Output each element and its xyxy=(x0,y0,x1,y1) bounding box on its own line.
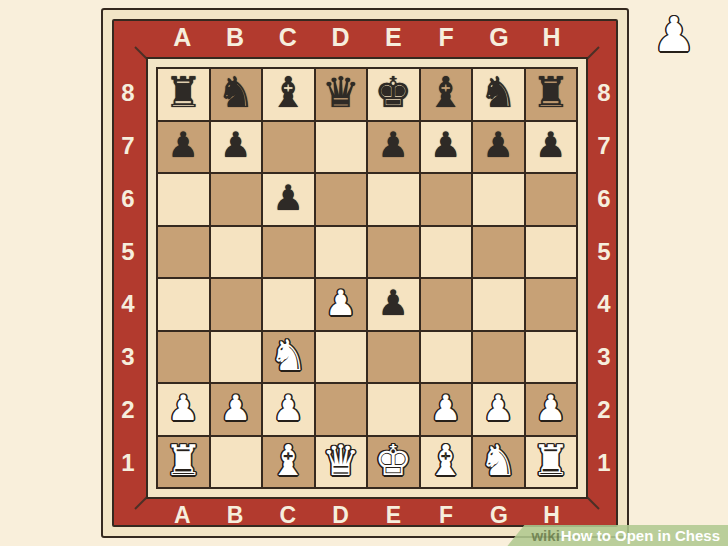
file-label-a: A xyxy=(156,501,209,529)
square-f6[interactable] xyxy=(421,174,472,225)
square-d6[interactable] xyxy=(316,174,367,225)
square-b3[interactable] xyxy=(211,332,262,383)
square-e4[interactable]: ♟ xyxy=(368,279,419,330)
square-f8[interactable]: ♝ xyxy=(421,69,472,120)
square-c4[interactable] xyxy=(263,279,314,330)
square-e1[interactable]: ♚ xyxy=(368,437,419,488)
rank-label-8: 8 xyxy=(590,67,618,120)
square-c6[interactable]: ♟ xyxy=(263,174,314,225)
rank-labels-left: 87654321 xyxy=(112,67,144,489)
square-g3[interactable] xyxy=(473,332,524,383)
piece-black-rook[interactable]: ♜ xyxy=(164,72,202,114)
file-label-h: H xyxy=(525,501,578,529)
file-label-h: H xyxy=(525,19,578,55)
square-e7[interactable]: ♟ xyxy=(368,122,419,173)
square-c8[interactable]: ♝ xyxy=(263,69,314,120)
rank-label-7: 7 xyxy=(590,120,618,173)
square-c5[interactable] xyxy=(263,227,314,278)
rank-label-5: 5 xyxy=(112,225,144,278)
square-f2[interactable]: ♟ xyxy=(421,384,472,435)
watermark-prefix: wiki xyxy=(531,527,559,544)
rank-labels-right: 87654321 xyxy=(590,67,618,489)
piece-black-knight[interactable]: ♞ xyxy=(479,72,517,114)
square-f3[interactable] xyxy=(421,332,472,383)
file-label-b: B xyxy=(209,19,262,55)
square-g6[interactable] xyxy=(473,174,524,225)
square-e8[interactable]: ♚ xyxy=(368,69,419,120)
square-a7[interactable]: ♟ xyxy=(158,122,209,173)
rank-label-3: 3 xyxy=(112,331,144,384)
square-f1[interactable]: ♝ xyxy=(421,437,472,488)
rank-label-6: 6 xyxy=(590,173,618,226)
file-label-b: B xyxy=(209,501,262,529)
file-label-d: D xyxy=(314,501,367,529)
square-h5[interactable] xyxy=(526,227,577,278)
piece-white-bishop[interactable]: ♝ xyxy=(427,440,465,482)
mitre-line xyxy=(134,496,147,509)
file-label-g: G xyxy=(473,501,526,529)
file-label-e: E xyxy=(367,19,420,55)
piece-black-pawn[interactable]: ♟ xyxy=(483,128,514,163)
square-a5[interactable] xyxy=(158,227,209,278)
square-e5[interactable] xyxy=(368,227,419,278)
file-label-f: F xyxy=(420,19,473,55)
piece-white-pawn[interactable]: ♟ xyxy=(430,391,461,426)
square-b2[interactable]: ♟ xyxy=(211,384,262,435)
square-g5[interactable] xyxy=(473,227,524,278)
square-h4[interactable] xyxy=(526,279,577,330)
square-d1[interactable]: ♛ xyxy=(316,437,367,488)
square-g2[interactable]: ♟ xyxy=(473,384,524,435)
square-b8[interactable]: ♞ xyxy=(211,69,262,120)
piece-black-pawn[interactable]: ♟ xyxy=(220,128,251,163)
square-h3[interactable] xyxy=(526,332,577,383)
piece-black-pawn[interactable]: ♟ xyxy=(273,181,304,216)
square-d3[interactable] xyxy=(316,332,367,383)
chess-board: ABCDEFGH ABCDEFGH 87654321 87654321 ♜♞♝♛… xyxy=(101,8,629,538)
rank-label-6: 6 xyxy=(112,173,144,226)
square-d7[interactable] xyxy=(316,122,367,173)
square-d8[interactable]: ♛ xyxy=(316,69,367,120)
square-d2[interactable] xyxy=(316,384,367,435)
piece-black-pawn[interactable]: ♟ xyxy=(430,128,461,163)
file-labels-top: ABCDEFGH xyxy=(156,19,578,55)
square-a6[interactable] xyxy=(158,174,209,225)
piece-black-pawn[interactable]: ♟ xyxy=(378,128,409,163)
file-label-d: D xyxy=(314,19,367,55)
file-label-c: C xyxy=(262,19,315,55)
square-h1[interactable]: ♜ xyxy=(526,437,577,488)
square-e6[interactable] xyxy=(368,174,419,225)
square-c7[interactable] xyxy=(263,122,314,173)
file-label-g: G xyxy=(473,19,526,55)
square-a4[interactable] xyxy=(158,279,209,330)
square-g4[interactable] xyxy=(473,279,524,330)
square-h6[interactable] xyxy=(526,174,577,225)
board-grid: ♜♞♝♛♚♝♞♜♟♟♟♟♟♟♟♟♟♞♟♟♟♟♟♟♜♝♛♚♝♞♜ xyxy=(156,67,578,489)
rank-label-1: 1 xyxy=(590,436,618,489)
square-b7[interactable]: ♟ xyxy=(211,122,262,173)
rank-label-7: 7 xyxy=(112,120,144,173)
file-label-f: F xyxy=(420,501,473,529)
square-b5[interactable] xyxy=(211,227,262,278)
rank-label-2: 2 xyxy=(112,384,144,437)
square-c2[interactable]: ♟ xyxy=(263,384,314,435)
piece-white-pawn[interactable]: ♟ xyxy=(535,391,566,426)
piece-white-queen[interactable]: ♛ xyxy=(322,440,360,482)
square-h8[interactable]: ♜ xyxy=(526,69,577,120)
piece-white-king[interactable]: ♚ xyxy=(374,440,412,482)
square-e3[interactable] xyxy=(368,332,419,383)
mitre-line xyxy=(586,496,599,509)
square-a3[interactable] xyxy=(158,332,209,383)
piece-white-rook[interactable]: ♜ xyxy=(164,440,202,482)
square-b1[interactable] xyxy=(211,437,262,488)
wikihow-watermark: wiki How to Open in Chess xyxy=(507,525,728,546)
piece-white-rook[interactable]: ♜ xyxy=(532,440,570,482)
square-d4[interactable]: ♟ xyxy=(316,279,367,330)
square-g7[interactable]: ♟ xyxy=(473,122,524,173)
piece-white-pawn[interactable]: ♟ xyxy=(168,391,199,426)
piece-black-knight[interactable]: ♞ xyxy=(217,72,255,114)
rank-label-4: 4 xyxy=(112,278,144,331)
decorative-white-pawn-icon: ♟ xyxy=(648,6,700,64)
rank-label-4: 4 xyxy=(590,278,618,331)
square-g1[interactable]: ♞ xyxy=(473,437,524,488)
square-h2[interactable]: ♟ xyxy=(526,384,577,435)
square-b6[interactable] xyxy=(211,174,262,225)
rank-label-2: 2 xyxy=(590,384,618,437)
piece-white-pawn[interactable]: ♟ xyxy=(325,286,356,321)
watermark-title: How to Open in Chess xyxy=(561,527,720,544)
piece-black-king[interactable]: ♚ xyxy=(374,72,412,114)
file-labels-bottom: ABCDEFGH xyxy=(156,501,578,529)
piece-white-pawn[interactable]: ♟ xyxy=(220,391,251,426)
file-label-a: A xyxy=(156,19,209,55)
piece-white-knight[interactable]: ♞ xyxy=(479,440,517,482)
rank-label-5: 5 xyxy=(590,225,618,278)
piece-white-bishop[interactable]: ♝ xyxy=(269,440,307,482)
piece-black-bishop[interactable]: ♝ xyxy=(427,72,465,114)
piece-black-pawn[interactable]: ♟ xyxy=(378,286,409,321)
piece-black-pawn[interactable]: ♟ xyxy=(535,128,566,163)
square-h7[interactable]: ♟ xyxy=(526,122,577,173)
file-label-e: E xyxy=(367,501,420,529)
board-bevel: ♜♞♝♛♚♝♞♜♟♟♟♟♟♟♟♟♟♞♟♟♟♟♟♟♜♝♛♚♝♞♜ xyxy=(146,57,588,499)
rank-label-1: 1 xyxy=(112,436,144,489)
square-g8[interactable]: ♞ xyxy=(473,69,524,120)
square-e2[interactable] xyxy=(368,384,419,435)
piece-black-queen[interactable]: ♛ xyxy=(322,72,360,114)
piece-white-pawn[interactable]: ♟ xyxy=(273,391,304,426)
piece-black-rook[interactable]: ♜ xyxy=(532,72,570,114)
square-f5[interactable] xyxy=(421,227,472,278)
square-c3[interactable]: ♞ xyxy=(263,332,314,383)
square-f4[interactable] xyxy=(421,279,472,330)
piece-black-bishop[interactable]: ♝ xyxy=(269,72,307,114)
piece-white-knight[interactable]: ♞ xyxy=(269,335,307,377)
rank-label-3: 3 xyxy=(590,331,618,384)
mitre-line xyxy=(586,46,599,59)
square-c1[interactable]: ♝ xyxy=(263,437,314,488)
board-frame: ABCDEFGH ABCDEFGH 87654321 87654321 ♜♞♝♛… xyxy=(112,19,618,527)
rank-label-8: 8 xyxy=(112,67,144,120)
square-d5[interactable] xyxy=(316,227,367,278)
file-label-c: C xyxy=(262,501,315,529)
square-b4[interactable] xyxy=(211,279,262,330)
white-pawn-icon: ♟ xyxy=(652,10,695,58)
mitre-line xyxy=(134,46,147,59)
square-a1[interactable]: ♜ xyxy=(158,437,209,488)
piece-black-pawn[interactable]: ♟ xyxy=(168,128,199,163)
piece-white-pawn[interactable]: ♟ xyxy=(483,391,514,426)
square-a8[interactable]: ♜ xyxy=(158,69,209,120)
square-a2[interactable]: ♟ xyxy=(158,384,209,435)
square-f7[interactable]: ♟ xyxy=(421,122,472,173)
